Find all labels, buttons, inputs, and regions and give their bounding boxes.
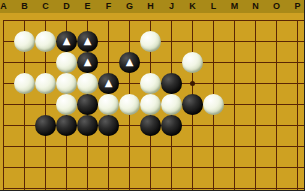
stone-white-H16 — [140, 73, 161, 94]
stone-white-C16 — [35, 73, 56, 94]
column-label-P: P — [291, 0, 305, 13]
grid-line-vertical — [234, 21, 235, 191]
stone-black-G17: ▲ — [119, 52, 140, 73]
column-label-O: O — [270, 0, 284, 13]
stone-white-B16 — [14, 73, 35, 94]
stone-white-D15 — [56, 94, 77, 115]
stone-black-C14 — [35, 115, 56, 136]
stone-black-H14 — [140, 115, 161, 136]
grid-line-horizontal — [3, 62, 304, 63]
stone-white-D16 — [56, 73, 77, 94]
grid-line-vertical — [297, 21, 298, 191]
stone-black-J14 — [161, 115, 182, 136]
column-label-J: J — [165, 0, 179, 13]
stone-white-L15 — [203, 94, 224, 115]
stone-white-J15 — [161, 94, 182, 115]
stone-white-F15 — [98, 94, 119, 115]
grid-line-vertical — [276, 21, 277, 191]
column-label-K: K — [186, 0, 200, 13]
triangle-mark: ▲ — [98, 72, 119, 93]
stone-black-E18: ▲ — [77, 31, 98, 52]
column-label-C: C — [39, 0, 53, 13]
stone-black-F16: ▲ — [98, 73, 119, 94]
stone-white-B18 — [14, 31, 35, 52]
column-label-A: A — [0, 0, 11, 13]
column-label-G: G — [123, 0, 137, 13]
column-label-D: D — [60, 0, 74, 13]
stone-white-H18 — [140, 31, 161, 52]
column-labels: ABCDEFGHJKLMNOP — [0, 0, 304, 13]
grid-line-horizontal — [3, 146, 304, 147]
stone-black-F14 — [98, 115, 119, 136]
column-label-L: L — [207, 0, 221, 13]
grid-line-horizontal — [3, 188, 304, 189]
column-label-E: E — [81, 0, 95, 13]
stone-white-E16 — [77, 73, 98, 94]
stone-white-D17 — [56, 52, 77, 73]
stone-black-J16 — [161, 73, 182, 94]
stone-white-G15 — [119, 94, 140, 115]
stone-black-E17: ▲ — [77, 52, 98, 73]
column-label-B: B — [18, 0, 32, 13]
triangle-mark: ▲ — [56, 30, 77, 51]
go-board-screenshot: ABCDEFGHJKLMNOP ▲▲▲▲▲ — [0, 0, 304, 190]
column-label-M: M — [228, 0, 242, 13]
stone-white-H15 — [140, 94, 161, 115]
grid-line-horizontal — [3, 20, 304, 21]
stone-black-K15 — [182, 94, 203, 115]
column-label-F: F — [102, 0, 116, 13]
stone-black-D14 — [56, 115, 77, 136]
grid-line-vertical — [3, 21, 4, 191]
triangle-mark: ▲ — [77, 51, 98, 72]
column-label-N: N — [249, 0, 263, 13]
star-point — [190, 81, 195, 86]
triangle-mark: ▲ — [77, 30, 98, 51]
stone-black-D18: ▲ — [56, 31, 77, 52]
stone-white-K17 — [182, 52, 203, 73]
stone-black-E15 — [77, 94, 98, 115]
grid-line-horizontal — [3, 167, 304, 168]
column-label-H: H — [144, 0, 158, 13]
stone-white-C18 — [35, 31, 56, 52]
triangle-mark: ▲ — [119, 51, 140, 72]
grid-line-vertical — [255, 21, 256, 191]
stone-black-E14 — [77, 115, 98, 136]
